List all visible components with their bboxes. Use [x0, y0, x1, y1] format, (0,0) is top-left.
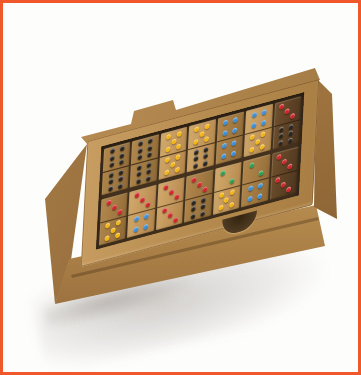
- red-pip: [167, 212, 172, 219]
- black-pip: [147, 161, 152, 168]
- green-pip: [230, 178, 235, 185]
- black-pip: [118, 169, 123, 176]
- red-pip: [163, 184, 168, 191]
- blue-pip: [144, 213, 149, 220]
- red-pip: [277, 153, 282, 160]
- domino-tile: [159, 127, 188, 180]
- yellow-pip: [229, 202, 234, 209]
- green-pip: [221, 169, 226, 176]
- red-pip: [112, 204, 117, 211]
- yellow-pip: [230, 189, 235, 196]
- domino-tile: [270, 147, 299, 200]
- domino-tile: [241, 154, 270, 207]
- black-pip: [193, 162, 198, 169]
- blue-pip: [231, 151, 236, 158]
- blue-pip: [134, 227, 139, 234]
- blue-pip: [251, 122, 256, 129]
- domino-tile: [127, 185, 156, 238]
- blue-pip: [134, 216, 139, 223]
- black-pip: [146, 175, 151, 182]
- yellow-pip: [199, 131, 204, 138]
- red-pip: [282, 158, 287, 165]
- yellow-pip: [171, 138, 176, 145]
- black-pip: [108, 178, 113, 185]
- domino-tile: [244, 104, 273, 157]
- black-pip: [119, 152, 124, 159]
- yellow-pip: [115, 232, 120, 239]
- black-pip: [191, 199, 196, 206]
- blue-pip: [222, 142, 227, 149]
- black-pip: [191, 206, 196, 213]
- black-pip: [278, 139, 283, 146]
- domino-tile: [99, 192, 128, 245]
- black-pip: [288, 137, 293, 144]
- blue-pip: [257, 183, 262, 190]
- black-pip: [147, 151, 152, 158]
- yellow-pip: [205, 123, 210, 130]
- red-pip: [145, 201, 150, 208]
- red-pip: [173, 217, 178, 224]
- red-pip: [288, 163, 293, 170]
- yellow-pip: [110, 227, 115, 234]
- black-pip: [193, 156, 198, 163]
- black-pip: [109, 162, 114, 169]
- yellow-pip: [177, 130, 182, 137]
- yellow-pip: [249, 147, 254, 154]
- yellow-pip: [224, 197, 229, 204]
- black-pip: [109, 172, 114, 179]
- yellow-pip: [204, 136, 209, 143]
- black-pip: [147, 145, 152, 152]
- black-pip: [200, 210, 205, 217]
- red-pip: [202, 186, 207, 193]
- green-pip: [249, 162, 254, 169]
- yellow-pip: [105, 235, 110, 242]
- blue-pip: [223, 119, 228, 126]
- black-pip: [190, 213, 195, 220]
- domino-tile: [156, 177, 185, 230]
- red-pip: [168, 189, 173, 196]
- yellow-pip: [219, 192, 224, 199]
- red-pip: [290, 113, 295, 120]
- yellow-pip: [175, 167, 180, 174]
- red-pip: [191, 176, 196, 183]
- red-pip: [286, 187, 291, 194]
- black-pip: [203, 160, 208, 167]
- black-pip: [279, 133, 284, 140]
- red-pip: [281, 182, 286, 189]
- black-pip: [108, 185, 113, 192]
- red-pip: [162, 207, 167, 214]
- yellow-pip: [164, 170, 169, 177]
- blue-pip: [232, 140, 237, 147]
- blue-pip: [257, 194, 262, 201]
- black-pip: [289, 123, 294, 130]
- black-pip: [138, 154, 143, 161]
- blue-pip: [247, 196, 252, 203]
- yellow-pip: [255, 139, 260, 146]
- yellow-pip: [194, 138, 199, 145]
- red-pip: [117, 209, 122, 216]
- black-pip: [136, 178, 141, 185]
- black-pip: [194, 149, 199, 156]
- red-pip: [174, 193, 179, 200]
- blue-pip: [261, 109, 266, 116]
- yellow-pip: [195, 126, 200, 133]
- yellow-pip: [165, 146, 170, 153]
- domino-tile: [187, 119, 216, 172]
- yellow-pip: [260, 144, 265, 151]
- black-pip: [138, 147, 143, 154]
- black-pip: [279, 126, 284, 133]
- blue-pip: [248, 185, 253, 192]
- domino-tile: [213, 162, 242, 215]
- yellow-pip: [176, 143, 181, 150]
- yellow-pip: [175, 154, 180, 161]
- blue-pip: [143, 224, 148, 231]
- black-pip: [110, 148, 115, 155]
- yellow-pip: [250, 134, 255, 141]
- domino-tile: [215, 111, 244, 164]
- black-pip: [203, 146, 208, 153]
- blue-pip: [252, 111, 257, 118]
- black-pip: [119, 159, 124, 166]
- yellow-pip: [166, 133, 171, 140]
- green-pip: [258, 170, 263, 177]
- blue-pip: [261, 120, 266, 127]
- blue-pip: [223, 130, 228, 137]
- black-pip: [148, 138, 153, 145]
- black-pip: [119, 145, 124, 152]
- domino-tile: [130, 134, 159, 187]
- black-pip: [201, 197, 206, 204]
- black-pip: [137, 171, 142, 178]
- black-pip: [118, 176, 123, 183]
- black-pip: [109, 155, 114, 162]
- domino-tile: [184, 169, 213, 222]
- red-pip: [275, 177, 280, 184]
- red-pip: [285, 108, 290, 115]
- blue-pip: [222, 153, 227, 160]
- yellow-pip: [116, 220, 121, 227]
- blue-pip: [232, 127, 237, 134]
- black-pip: [138, 140, 143, 147]
- black-pip: [200, 203, 205, 210]
- yellow-pip: [170, 162, 175, 169]
- red-pip: [197, 181, 202, 188]
- black-pip: [146, 168, 151, 175]
- black-pip: [117, 183, 122, 190]
- product-photo: [0, 0, 361, 375]
- yellow-pip: [105, 223, 110, 230]
- domino-tile: [272, 96, 301, 149]
- blue-pip: [233, 116, 238, 123]
- red-pip: [106, 199, 111, 206]
- yellow-pip: [261, 131, 266, 138]
- yellow-pip: [165, 157, 170, 164]
- red-pip: [134, 191, 139, 198]
- yellow-pip: [218, 205, 223, 212]
- black-pip: [203, 153, 208, 160]
- black-pip: [137, 164, 142, 171]
- red-pip: [279, 103, 284, 110]
- red-pip: [140, 196, 145, 203]
- domino-tile: [102, 142, 131, 195]
- black-pip: [288, 130, 293, 137]
